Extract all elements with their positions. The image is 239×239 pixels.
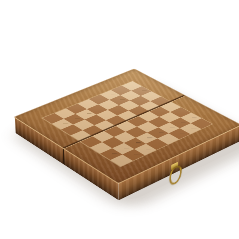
black-rook-icon: ♜ xyxy=(113,134,131,162)
white-pawn-icon: ♟ xyxy=(55,102,69,125)
pieces-layer: ♜♞♝♛♚♝♞♜♟♟♟♟♟♟♟♟♟♟♟♟♟♟♟♟♜♞♝♛♚♝♞♜ xyxy=(15,69,239,183)
chess-board: ♜♞♝♛♚♝♞♜♟♟♟♟♟♟♟♟♟♟♟♟♟♟♟♟♜♞♝♛♚♝♞♜ xyxy=(13,68,239,183)
product-photo-stage: ♜♞♝♛♚♝♞♜♟♟♟♟♟♟♟♟♟♟♟♟♟♟♟♟♜♞♝♛♚♝♞♜ xyxy=(0,0,239,239)
box-fold-seam xyxy=(63,148,65,165)
